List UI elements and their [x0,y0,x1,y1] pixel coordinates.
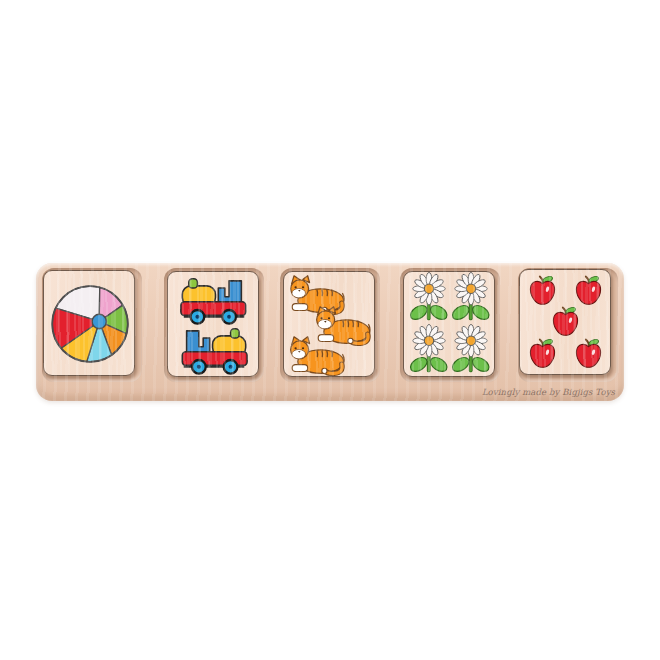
daisy-icon [410,325,448,378]
apple-icon [574,337,603,371]
socket-flowers [400,268,500,382]
brand-text: Lovingly made by Bigjigs Toys [482,387,615,397]
apple-icon [528,337,557,371]
tile-art-trains [168,272,258,376]
puzzle-tray: Lovingly made by Bigjigs Toys [36,263,624,401]
daisy-icon [452,273,490,326]
product-photo: Lovingly made by Bigjigs Toys [0,0,660,660]
tile-two-trains[interactable] [167,271,259,377]
toy-train-icon [178,277,250,325]
socket-trains [164,268,264,382]
tile-art-cats [284,272,374,376]
tile-four-flowers[interactable] [403,271,495,377]
tile-five-apples[interactable] [519,269,611,375]
daisy-icon [410,273,448,326]
socket-apples [518,268,618,382]
tile-art-flowers [404,272,494,376]
socket-ball [42,268,142,382]
apple-icon [551,305,580,339]
beach-ball-icon [48,282,132,366]
socket-cats [280,268,380,382]
tile-art-ball [44,271,134,375]
toy-train-icon [178,327,250,375]
daisy-icon [452,325,490,378]
tile-three-cats[interactable] [283,271,375,377]
apple-icon [528,274,557,308]
tile-art-apples [520,270,610,374]
cat-icon [286,336,348,376]
tile-one-ball[interactable] [43,270,135,376]
apple-icon [574,274,603,308]
